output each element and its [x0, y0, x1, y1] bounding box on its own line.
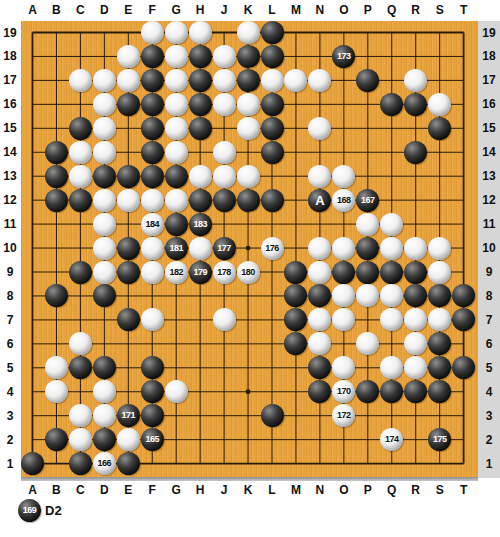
move-number-label: 165 [145, 435, 159, 444]
move-number-label: 168 [337, 196, 351, 205]
white-stone-F9 [141, 261, 164, 284]
column-label-top-M: M [284, 3, 308, 17]
white-stone-E12 [117, 189, 140, 212]
move-number-label: 171 [122, 411, 136, 420]
column-label-top-O: O [332, 3, 356, 17]
white-stone-Q11 [380, 213, 403, 236]
black-stone-F16 [141, 93, 164, 116]
white-stone-G12 [165, 189, 188, 212]
column-label-top-P: P [356, 3, 380, 17]
black-stone-F5 [141, 356, 164, 379]
column-label-bottom-B: B [44, 483, 68, 497]
column-label-top-D: D [92, 3, 116, 17]
black-stone-R16 [404, 93, 427, 116]
black-stone-F14 [141, 141, 164, 164]
black-stone-A1 [21, 452, 44, 475]
caption-move-text: D2 [45, 504, 62, 518]
white-stone-P11 [356, 213, 379, 236]
white-stone-R17 [404, 69, 427, 92]
move-number-label: 177 [217, 244, 231, 253]
black-stone-L12 [261, 189, 284, 212]
row-label-right-8: 8 [477, 289, 500, 303]
row-label-left-7: 7 [0, 313, 22, 327]
black-stone-F3 [141, 404, 164, 427]
black-stone-S15 [428, 117, 451, 140]
white-stone-G4 [165, 380, 188, 403]
white-stone-D12 [93, 189, 116, 212]
black-stone-H18 [189, 45, 212, 68]
row-label-left-11: 11 [0, 217, 22, 231]
black-stone-C1 [69, 452, 92, 475]
black-stone-F13 [141, 165, 164, 188]
white-stone-K15 [237, 117, 260, 140]
white-stone-D11 [93, 213, 116, 236]
white-stone-G15 [165, 117, 188, 140]
go-diagram-page: 173A168167184183181177176182179178180170… [0, 0, 500, 537]
white-stone-J18 [213, 45, 236, 68]
white-stone-L10: 176 [261, 237, 284, 260]
black-stone-F2: 165 [141, 428, 164, 451]
column-label-bottom-A: A [21, 483, 45, 497]
white-stone-G9: 182 [165, 261, 188, 284]
row-label-right-9: 9 [477, 265, 500, 279]
column-label-top-B: B [44, 3, 68, 17]
column-label-bottom-H: H [188, 483, 212, 497]
column-label-bottom-M: M [284, 483, 308, 497]
move-number-label: 170 [337, 387, 351, 396]
column-label-top-S: S [428, 3, 452, 17]
caption-stone: 169 [18, 499, 41, 522]
black-stone-G13 [165, 165, 188, 188]
black-stone-E13 [117, 165, 140, 188]
white-stone-K19 [237, 21, 260, 44]
row-label-left-15: 15 [0, 121, 22, 135]
black-stone-B13 [45, 165, 68, 188]
white-stone-S16 [428, 93, 451, 116]
black-stone-C9 [69, 261, 92, 284]
column-label-bottom-F: F [140, 483, 164, 497]
row-label-right-6: 6 [477, 337, 500, 351]
white-stone-D4 [93, 380, 116, 403]
row-label-left-9: 9 [0, 265, 22, 279]
column-label-top-Q: Q [380, 3, 404, 17]
move-number-label: 182 [169, 268, 183, 277]
move-number-label: 166 [98, 459, 112, 468]
move-number-label: 184 [145, 220, 159, 229]
row-label-left-6: 6 [0, 337, 22, 351]
row-label-right-19: 19 [477, 26, 500, 40]
column-label-top-L: L [260, 3, 284, 17]
row-label-right-3: 3 [477, 409, 500, 423]
white-stone-C3 [69, 404, 92, 427]
white-stone-D15 [93, 117, 116, 140]
black-stone-Q16 [380, 93, 403, 116]
white-stone-D17 [93, 69, 116, 92]
black-stone-K17 [237, 69, 260, 92]
black-stone-B12 [45, 189, 68, 212]
white-stone-F10 [141, 237, 164, 260]
column-label-bottom-D: D [92, 483, 116, 497]
column-label-bottom-J: J [212, 483, 236, 497]
white-stone-C2 [69, 428, 92, 451]
row-label-left-2: 2 [0, 433, 22, 447]
white-stone-D16 [93, 93, 116, 116]
black-stone-E1 [117, 452, 140, 475]
white-stone-F11: 184 [141, 213, 164, 236]
row-label-right-5: 5 [477, 361, 500, 375]
black-stone-B2 [45, 428, 68, 451]
column-label-top-A: A [21, 3, 45, 17]
white-stone-S10 [428, 237, 451, 260]
white-stone-D1: 166 [93, 452, 116, 475]
white-stone-S9 [428, 261, 451, 284]
black-stone-F18 [141, 45, 164, 68]
white-stone-J7 [213, 308, 236, 331]
white-stone-F7 [141, 308, 164, 331]
move-number-label: 172 [337, 411, 351, 420]
move-number-label: 178 [217, 268, 231, 277]
black-stone-R9 [404, 261, 427, 284]
marker-label: A [315, 194, 324, 207]
row-label-right-12: 12 [477, 193, 500, 207]
white-stone-K9: 180 [237, 261, 260, 284]
black-stone-N12: A [308, 189, 331, 212]
white-stone-F12 [141, 189, 164, 212]
row-label-right-15: 15 [477, 121, 500, 135]
column-label-top-F: F [140, 3, 164, 17]
white-stone-N9 [308, 261, 331, 284]
column-label-top-C: C [68, 3, 92, 17]
row-label-left-12: 12 [0, 193, 22, 207]
column-label-bottom-T: T [452, 483, 476, 497]
column-label-bottom-N: N [308, 483, 332, 497]
move-number-label: 181 [169, 244, 183, 253]
white-stone-C17 [69, 69, 92, 92]
white-stone-C13 [69, 165, 92, 188]
column-label-bottom-C: C [68, 483, 92, 497]
black-stone-D2 [93, 428, 116, 451]
row-label-right-1: 1 [477, 457, 500, 471]
row-label-left-10: 10 [0, 241, 22, 255]
white-stone-K13 [237, 165, 260, 188]
column-label-bottom-S: S [428, 483, 452, 497]
black-stone-H17 [189, 69, 212, 92]
column-label-bottom-Q: Q [380, 483, 404, 497]
white-stone-F19 [141, 21, 164, 44]
column-label-bottom-O: O [332, 483, 356, 497]
row-label-left-13: 13 [0, 169, 22, 183]
row-label-right-4: 4 [477, 385, 500, 399]
white-stone-G14 [165, 141, 188, 164]
black-stone-L16 [261, 93, 284, 116]
row-label-left-8: 8 [0, 289, 22, 303]
white-stone-O10 [332, 237, 355, 260]
white-stone-N13 [308, 165, 331, 188]
white-stone-E2 [117, 428, 140, 451]
white-stone-D9 [93, 261, 116, 284]
black-stone-F17 [141, 69, 164, 92]
row-label-left-1: 1 [0, 457, 22, 471]
column-label-bottom-L: L [260, 483, 284, 497]
black-stone-D13 [93, 165, 116, 188]
black-stone-K12 [237, 189, 260, 212]
black-stone-D5 [93, 356, 116, 379]
row-label-left-19: 19 [0, 26, 22, 40]
white-stone-N10 [308, 237, 331, 260]
white-stone-H19 [189, 21, 212, 44]
go-board[interactable]: 173A168167184183181177176182179178180170… [21, 21, 477, 477]
black-stone-J10: 177 [213, 237, 236, 260]
caption-stone-number: 169 [23, 506, 37, 515]
row-label-right-7: 7 [477, 313, 500, 327]
row-label-left-18: 18 [0, 49, 22, 63]
white-stone-G19 [165, 21, 188, 44]
row-label-right-11: 11 [477, 217, 500, 231]
row-label-left-17: 17 [0, 73, 22, 87]
column-label-top-J: J [212, 3, 236, 17]
column-label-top-K: K [236, 3, 260, 17]
move-number-label: 176 [265, 244, 279, 253]
black-stone-C12 [69, 189, 92, 212]
white-stone-J13 [213, 165, 236, 188]
move-number-label: 173 [337, 52, 351, 61]
move-number-label: 180 [241, 268, 255, 277]
column-label-bottom-G: G [164, 483, 188, 497]
white-stone-G16 [165, 93, 188, 116]
white-stone-Q10 [380, 237, 403, 260]
column-label-top-H: H [188, 3, 212, 17]
column-label-top-N: N [308, 3, 332, 17]
row-label-right-16: 16 [477, 97, 500, 111]
white-stone-D14 [93, 141, 116, 164]
black-stone-M9 [284, 261, 307, 284]
black-stone-L18 [261, 45, 284, 68]
board-edge-shadow [21, 477, 478, 481]
column-label-top-T: T [452, 3, 476, 17]
white-stone-J16 [213, 93, 236, 116]
black-stone-Q9 [380, 261, 403, 284]
row-label-left-4: 4 [0, 385, 22, 399]
move-number-label: 167 [361, 196, 375, 205]
row-label-right-2: 2 [477, 433, 500, 447]
black-stone-C15 [69, 117, 92, 140]
row-label-right-10: 10 [477, 241, 500, 255]
black-stone-H16 [189, 93, 212, 116]
column-label-bottom-R: R [404, 483, 428, 497]
black-stone-L15 [261, 117, 284, 140]
white-stone-D3 [93, 404, 116, 427]
white-stone-G18 [165, 45, 188, 68]
column-label-bottom-P: P [356, 483, 380, 497]
move-number-label: 175 [433, 435, 447, 444]
black-stone-P9 [356, 261, 379, 284]
white-stone-O12: 168 [332, 189, 355, 212]
row-label-right-13: 13 [477, 169, 500, 183]
black-stone-L3 [261, 404, 284, 427]
white-stone-O13 [332, 165, 355, 188]
black-stone-R14 [404, 141, 427, 164]
black-stone-P10 [356, 237, 379, 260]
column-label-top-R: R [404, 3, 428, 17]
white-stone-G17 [165, 69, 188, 92]
white-stone-E17 [117, 69, 140, 92]
black-stone-O9 [332, 261, 355, 284]
star-point [246, 389, 251, 394]
black-stone-H11: 183 [189, 213, 212, 236]
column-label-bottom-K: K [236, 483, 260, 497]
row-label-left-14: 14 [0, 145, 22, 159]
row-label-right-14: 14 [477, 145, 500, 159]
white-stone-J9: 178 [213, 261, 236, 284]
black-stone-E3: 171 [117, 404, 140, 427]
white-stone-R10 [404, 237, 427, 260]
white-stone-L17 [261, 69, 284, 92]
black-stone-G11 [165, 213, 188, 236]
row-label-left-16: 16 [0, 97, 22, 111]
white-stone-C14 [69, 141, 92, 164]
black-stone-E10 [117, 237, 140, 260]
black-stone-G10: 181 [165, 237, 188, 260]
black-stone-F15 [141, 117, 164, 140]
black-stone-P12: 167 [356, 189, 379, 212]
black-stone-L14 [261, 141, 284, 164]
black-stone-F4 [141, 380, 164, 403]
black-stone-H15 [189, 117, 212, 140]
star-point [246, 246, 251, 251]
black-stone-E16 [117, 93, 140, 116]
row-label-left-5: 5 [0, 361, 22, 375]
column-label-top-E: E [116, 3, 140, 17]
black-stone-E9 [117, 261, 140, 284]
white-stone-K16 [237, 93, 260, 116]
white-stone-H10 [189, 237, 212, 260]
black-stone-J12 [213, 189, 236, 212]
white-stone-H13 [189, 165, 212, 188]
black-stone-K18 [237, 45, 260, 68]
white-stone-D10 [93, 237, 116, 260]
white-stone-E18 [117, 45, 140, 68]
move-number-label: 183 [193, 220, 207, 229]
move-number-label: 179 [193, 268, 207, 277]
black-stone-L19 [261, 21, 284, 44]
white-stone-J14 [213, 141, 236, 164]
row-label-right-18: 18 [477, 49, 500, 63]
black-stone-H12 [189, 189, 212, 212]
white-stone-J17 [213, 69, 236, 92]
black-stone-B14 [45, 141, 68, 164]
row-label-left-3: 3 [0, 409, 22, 423]
row-label-right-17: 17 [477, 73, 500, 87]
black-stone-H9: 179 [189, 261, 212, 284]
move-number-label: 174 [385, 435, 399, 444]
column-label-bottom-E: E [116, 483, 140, 497]
column-label-top-G: G [164, 3, 188, 17]
